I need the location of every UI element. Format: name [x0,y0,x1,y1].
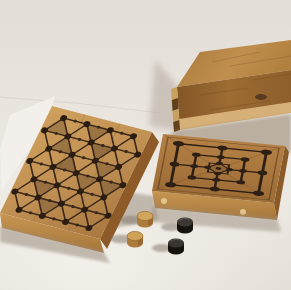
piece-black-2 [168,238,184,254]
piece-light-2 [127,231,143,247]
wood-plug [240,209,246,215]
morris-pattern [152,134,285,203]
piece-light-1 [137,211,153,227]
wood-plug [161,198,167,204]
photo-canvas [0,0,291,290]
wood-knot [255,94,267,100]
piece-black-1 [177,217,193,233]
board-game-photo [0,0,291,290]
morris-board [152,134,289,220]
